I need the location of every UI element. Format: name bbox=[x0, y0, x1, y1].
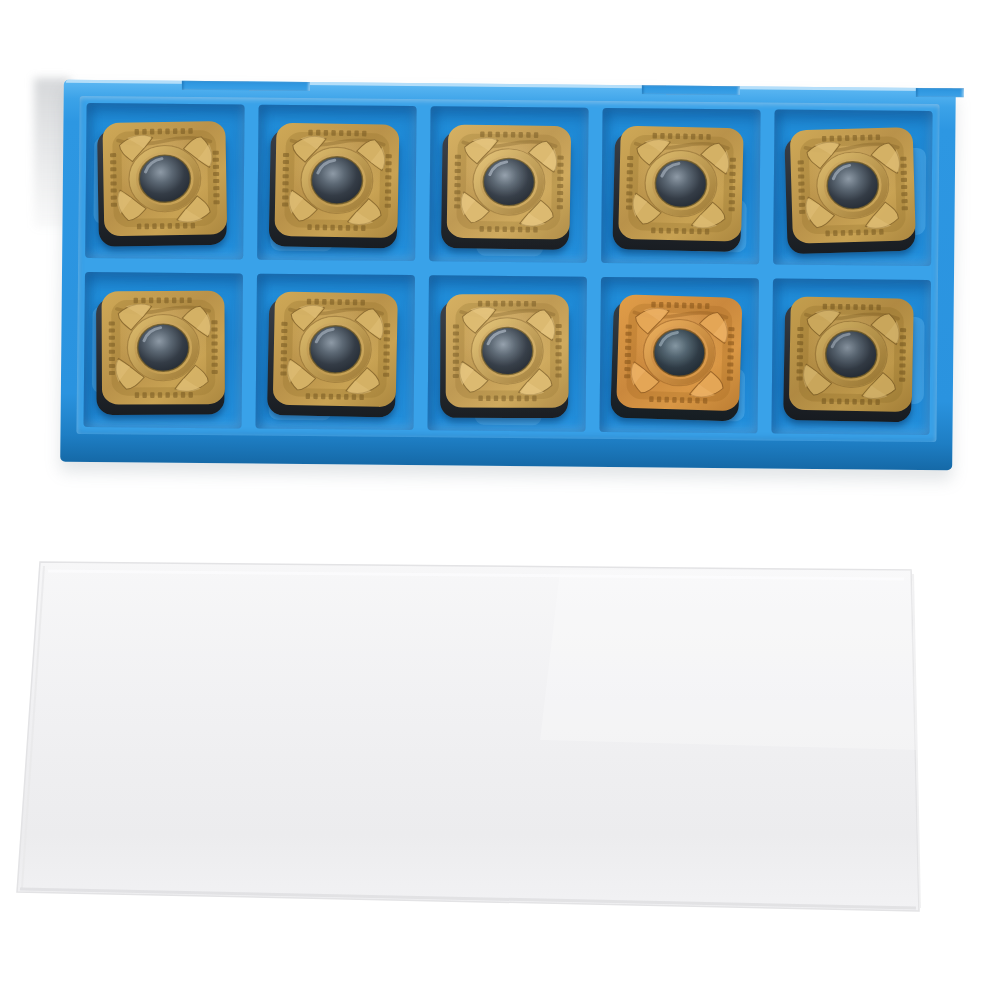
carbide-insert bbox=[270, 289, 400, 416]
carbide-insert bbox=[615, 123, 746, 250]
tray-compartment bbox=[771, 279, 930, 436]
compartment-grid bbox=[84, 103, 933, 435]
carbide-insert bbox=[99, 288, 228, 413]
insert-face bbox=[99, 288, 228, 407]
insert-face bbox=[616, 123, 747, 244]
tray-compartment bbox=[84, 272, 243, 429]
insert-face bbox=[444, 122, 574, 242]
tray-compartment bbox=[601, 108, 760, 265]
carbide-insert bbox=[272, 120, 402, 246]
tray-compartment bbox=[256, 274, 415, 431]
product-photo bbox=[0, 0, 1001, 1001]
tray-compartment bbox=[85, 103, 244, 260]
tray-compartment bbox=[428, 275, 587, 432]
carbide-insert bbox=[444, 122, 574, 248]
carbide-insert bbox=[443, 291, 571, 415]
tray-compartment bbox=[599, 277, 758, 434]
tray-rim-notch bbox=[182, 81, 310, 91]
insert-face bbox=[787, 124, 918, 246]
tray-rim-notch bbox=[916, 88, 964, 97]
carbide-insert bbox=[100, 118, 230, 244]
insert-face bbox=[443, 291, 571, 409]
tray-rim-notch bbox=[642, 85, 740, 95]
tray-compartment bbox=[429, 106, 588, 263]
lid-graphic bbox=[0, 540, 1001, 941]
tray-well bbox=[76, 96, 939, 442]
insert-face bbox=[786, 294, 916, 414]
insert-face bbox=[614, 291, 746, 413]
carbide-insert bbox=[613, 291, 745, 419]
carbide-insert bbox=[786, 294, 916, 420]
insert-face bbox=[100, 118, 230, 238]
carbide-insert bbox=[787, 124, 919, 252]
insert-tray bbox=[60, 80, 956, 471]
insert-face bbox=[272, 120, 402, 240]
insert-face bbox=[270, 289, 400, 410]
tray-compartment bbox=[773, 110, 932, 267]
tray-compartment bbox=[257, 105, 416, 262]
